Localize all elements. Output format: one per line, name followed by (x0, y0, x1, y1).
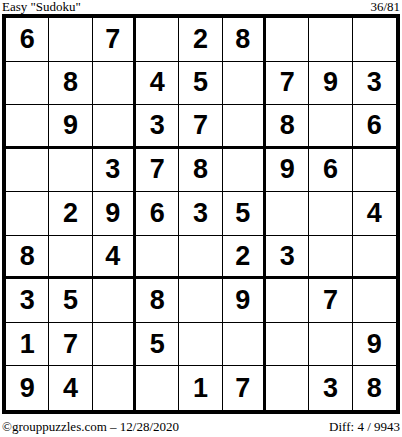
cell-r1c8[interactable] (309, 18, 352, 62)
cell-r1c6: 8 (223, 18, 266, 62)
cell-r5c5: 3 (179, 192, 222, 236)
cell-r8c3[interactable] (93, 323, 136, 367)
cell-r3c8[interactable] (309, 105, 352, 149)
cell-r2c7: 7 (266, 62, 309, 106)
cell-r6c6: 2 (223, 236, 266, 280)
cell-r2c4: 4 (136, 62, 179, 106)
cell-r9c2: 4 (49, 366, 92, 410)
cell-r8c4: 5 (136, 323, 179, 367)
cell-r6c8[interactable] (309, 236, 352, 280)
cell-r7c9[interactable] (353, 279, 396, 323)
cell-r5c1[interactable] (6, 192, 49, 236)
cell-r6c9[interactable] (353, 236, 396, 280)
cell-r6c5[interactable] (179, 236, 222, 280)
cell-r7c1: 3 (6, 279, 49, 323)
cell-r5c7[interactable] (266, 192, 309, 236)
cell-r6c4[interactable] (136, 236, 179, 280)
cell-r8c7[interactable] (266, 323, 309, 367)
cell-r8c5[interactable] (179, 323, 222, 367)
cell-r9c8: 3 (309, 366, 352, 410)
cell-r3c1[interactable] (6, 105, 49, 149)
cell-r4c4: 7 (136, 149, 179, 193)
cell-r5c6: 5 (223, 192, 266, 236)
cell-r4c8: 6 (309, 149, 352, 193)
cell-r1c5: 2 (179, 18, 222, 62)
cell-r7c5[interactable] (179, 279, 222, 323)
sudoku-board: 6728845793937863789629635484233589717599… (2, 14, 400, 414)
difficulty-text: Diff: 4 / 9943 (329, 420, 400, 434)
footer: ©grouppuzzles.com – 12/28/2020 Diff: 4 /… (2, 420, 400, 434)
cell-r9c4[interactable] (136, 366, 179, 410)
cell-r9c3[interactable] (93, 366, 136, 410)
cell-r2c1[interactable] (6, 62, 49, 106)
cell-r7c3[interactable] (93, 279, 136, 323)
cell-r5c4: 6 (136, 192, 179, 236)
cell-r3c4: 3 (136, 105, 179, 149)
header: Easy "Sudoku" 36/81 (2, 0, 400, 13)
copyright-text: ©grouppuzzles.com – 12/28/2020 (2, 420, 179, 434)
cell-r9c9: 8 (353, 366, 396, 410)
cell-r8c8[interactable] (309, 323, 352, 367)
cell-r6c2[interactable] (49, 236, 92, 280)
cell-r4c6[interactable] (223, 149, 266, 193)
cell-r2c2: 8 (49, 62, 92, 106)
cell-r9c5: 1 (179, 366, 222, 410)
puzzle-counter: 36/81 (370, 0, 400, 13)
cell-r8c2: 7 (49, 323, 92, 367)
cell-r7c2: 5 (49, 279, 92, 323)
cell-r3c7: 8 (266, 105, 309, 149)
cell-r7c6: 9 (223, 279, 266, 323)
cell-r6c1: 8 (6, 236, 49, 280)
cell-r3c5: 7 (179, 105, 222, 149)
cell-r2c6[interactable] (223, 62, 266, 106)
cell-r4c7: 9 (266, 149, 309, 193)
cell-r3c2: 9 (49, 105, 92, 149)
cell-r2c9: 3 (353, 62, 396, 106)
cell-r8c6[interactable] (223, 323, 266, 367)
cell-r4c2[interactable] (49, 149, 92, 193)
cell-r5c3: 9 (93, 192, 136, 236)
cell-r1c3: 7 (93, 18, 136, 62)
cell-r5c2: 2 (49, 192, 92, 236)
cell-r4c5: 8 (179, 149, 222, 193)
cell-r6c3: 4 (93, 236, 136, 280)
cell-r7c7[interactable] (266, 279, 309, 323)
cell-r4c1[interactable] (6, 149, 49, 193)
cell-r9c7[interactable] (266, 366, 309, 410)
cell-r3c9: 6 (353, 105, 396, 149)
cell-r1c2[interactable] (49, 18, 92, 62)
cell-r2c8: 9 (309, 62, 352, 106)
cell-r9c1: 9 (6, 366, 49, 410)
cell-r1c7[interactable] (266, 18, 309, 62)
cell-r4c3: 3 (93, 149, 136, 193)
cell-r1c4[interactable] (136, 18, 179, 62)
cell-r5c9: 4 (353, 192, 396, 236)
cell-r2c5: 5 (179, 62, 222, 106)
cell-r7c8: 7 (309, 279, 352, 323)
cell-r8c1: 1 (6, 323, 49, 367)
cell-r7c4: 8 (136, 279, 179, 323)
cell-r9c6: 7 (223, 366, 266, 410)
page-title: Easy "Sudoku" (2, 0, 81, 13)
cell-r4c9[interactable] (353, 149, 396, 193)
cell-r1c9[interactable] (353, 18, 396, 62)
cell-r3c3[interactable] (93, 105, 136, 149)
cell-r8c9: 9 (353, 323, 396, 367)
cell-r1c1: 6 (6, 18, 49, 62)
cell-r6c7: 3 (266, 236, 309, 280)
cell-r5c8[interactable] (309, 192, 352, 236)
cell-r2c3[interactable] (93, 62, 136, 106)
cell-r3c6[interactable] (223, 105, 266, 149)
